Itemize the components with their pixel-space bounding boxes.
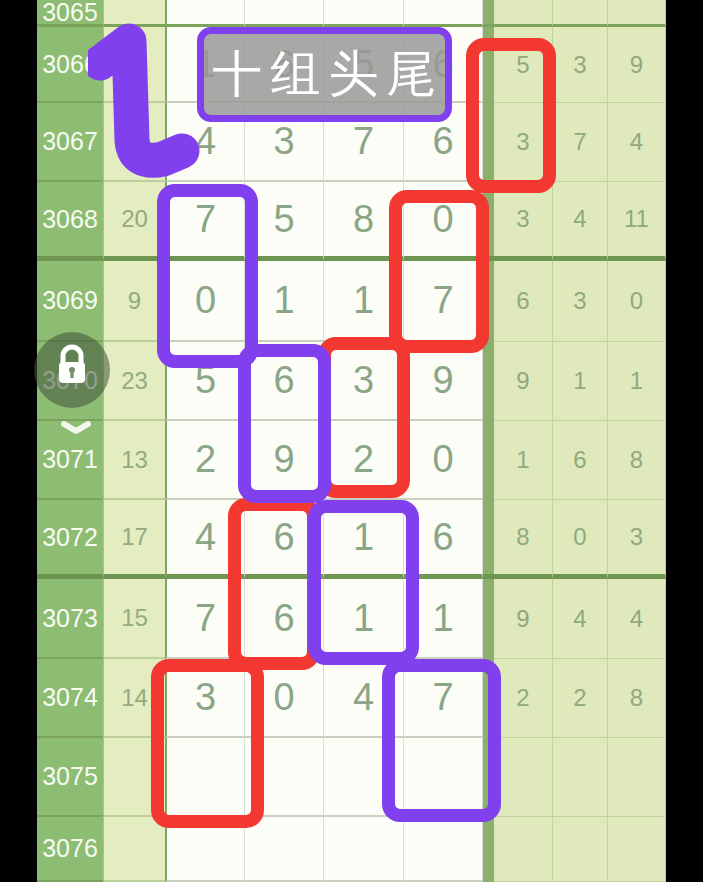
stat-cell-3065-2 [553, 0, 608, 27]
issue-label-3067: 3067 [37, 103, 103, 182]
overlay-title-text: 十组头尾 [205, 41, 445, 108]
stat-cell-3071-1: 1 [494, 421, 553, 500]
group-divider-3071 [483, 421, 494, 500]
sum-cell-3068: 20 [103, 182, 165, 261]
stat-cell-3072-3: 3 [608, 500, 666, 579]
chevron-down-icon[interactable] [61, 421, 91, 435]
stat-cell-3075-3 [608, 738, 666, 817]
sum-cell-3069: 9 [103, 261, 165, 342]
stat-cell-3065-3 [608, 0, 666, 27]
stat-cell-3076-1 [494, 817, 553, 882]
stat-cell-3068-3: 11 [608, 182, 666, 261]
sum-cell-3071: 13 [103, 421, 165, 500]
stat-cell-3076-3 [608, 817, 666, 882]
stat-cell-3068-1: 3 [494, 182, 553, 261]
sum-cell-3066: 18 [103, 27, 165, 103]
highlight-rect-red-2 [389, 190, 489, 353]
stat-cell-3071-3: 8 [608, 421, 666, 500]
stat-cell-3074-2: 2 [553, 659, 608, 738]
stat-cell-3069-1: 6 [494, 261, 553, 342]
stat-cell-3073-3: 4 [608, 579, 666, 659]
lock-button[interactable] [34, 332, 110, 408]
stat-cell-3068-2: 4 [553, 182, 608, 261]
overlay-title-box: 十组头尾 [197, 27, 452, 122]
stat-cell-3076-2 [553, 817, 608, 882]
highlight-rect-purple-4 [238, 344, 331, 503]
sum-cell-3065 [103, 0, 165, 27]
group-divider-3065 [483, 0, 494, 27]
stat-cell-3074-1: 2 [494, 659, 553, 738]
highlight-rect-purple-6 [308, 500, 419, 665]
stat-cell-3066-3: 9 [608, 27, 666, 103]
digit-cell-3076-pos2 [245, 817, 324, 882]
sum-cell-3073: 15 [103, 579, 165, 659]
digit-cell-3065-pos3: 6 [324, 0, 404, 27]
group-divider-3072 [483, 500, 494, 579]
group-divider-3076 [483, 817, 494, 882]
digit-cell-3076-pos3 [324, 817, 404, 882]
digit-cell-3065-pos4: 2 [404, 0, 483, 27]
stat-cell-3067-3: 4 [608, 103, 666, 182]
sum-cell-3076 [103, 817, 165, 882]
stat-cell-3071-2: 6 [553, 421, 608, 500]
lock-icon [51, 341, 93, 389]
highlight-rect-purple-1 [157, 184, 258, 368]
digit-cell-3071-pos1: 2 [165, 421, 245, 500]
issue-label-3073: 3073 [37, 579, 103, 659]
digit-cell-3070-pos4: 9 [404, 342, 483, 421]
issue-label-3072: 3072 [37, 500, 103, 579]
issue-label-3068: 3068 [37, 182, 103, 261]
issue-label-3065: 3065 [37, 0, 103, 27]
stat-cell-3075-1 [494, 738, 553, 817]
highlight-rect-purple-8 [382, 659, 501, 822]
group-divider-3070 [483, 342, 494, 421]
app-screen: 3065156230661816565393067204376374306820… [0, 0, 703, 882]
stat-cell-3072-1: 8 [494, 500, 553, 579]
stat-cell-3067-2: 7 [553, 103, 608, 182]
stat-cell-3065-1 [494, 0, 553, 27]
digit-cell-3065-pos2: 5 [245, 0, 324, 27]
issue-label-3066: 3066 [37, 27, 103, 103]
stat-cell-3074-3: 8 [608, 659, 666, 738]
stat-cell-3073-1: 9 [494, 579, 553, 659]
issue-label-3075: 3075 [37, 738, 103, 817]
issue-label-3076: 3076 [37, 817, 103, 882]
highlight-rect-red-0 [466, 38, 556, 193]
highlight-rect-red-5 [228, 498, 320, 670]
stat-cell-3066-2: 3 [553, 27, 608, 103]
stat-cell-3069-3: 0 [608, 261, 666, 342]
sum-cell-3072: 17 [103, 500, 165, 579]
sum-cell-3067: 20 [103, 103, 165, 182]
sum-cell-3070: 23 [103, 342, 165, 421]
issue-label-3069: 3069 [37, 261, 103, 342]
digit-cell-3076-pos4 [404, 817, 483, 882]
stat-cell-3070-2: 1 [553, 342, 608, 421]
stat-cell-3072-2: 0 [553, 500, 608, 579]
digit-cell-3071-pos4: 0 [404, 421, 483, 500]
stat-cell-3070-1: 9 [494, 342, 553, 421]
stat-cell-3073-2: 4 [553, 579, 608, 659]
group-divider-3073 [483, 579, 494, 659]
issue-label-3074: 3074 [37, 659, 103, 738]
highlight-rect-red-3 [318, 337, 410, 498]
highlight-rect-red-7 [151, 659, 264, 828]
stat-cell-3070-3: 1 [608, 342, 666, 421]
digit-cell-3065-pos1: 1 [165, 0, 245, 27]
stat-cell-3075-2 [553, 738, 608, 817]
stat-cell-3069-2: 3 [553, 261, 608, 342]
